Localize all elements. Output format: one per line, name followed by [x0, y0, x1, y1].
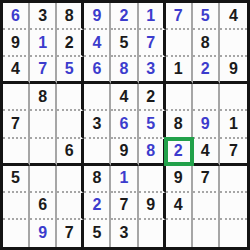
sudoku-cell-r9c3[interactable]: 7: [57, 220, 84, 247]
sudoku-cell-r8c6[interactable]: 9: [139, 193, 166, 220]
sudoku-cell-r7c4[interactable]: 8: [84, 166, 111, 193]
sudoku-cell-r5c1[interactable]: 7: [3, 111, 30, 138]
sudoku-cell-r5c4[interactable]: 3: [84, 111, 111, 138]
sudoku-cell-selected[interactable]: 2: [166, 139, 193, 166]
sudoku-cell-r4c6[interactable]: 2: [139, 84, 166, 111]
sudoku-cell-r4c7[interactable]: [166, 84, 193, 111]
sudoku-cell-r5c5[interactable]: 6: [111, 111, 138, 138]
sudoku-cell-r2c4[interactable]: 4: [84, 30, 111, 57]
sudoku-cell-r8c5[interactable]: 7: [111, 193, 138, 220]
sudoku-cell-r1c7[interactable]: 7: [166, 3, 193, 30]
sudoku-cell-r8c9[interactable]: [220, 193, 247, 220]
sudoku-cell-r6c1[interactable]: [3, 139, 30, 166]
sudoku-cell-r7c1[interactable]: 5: [3, 166, 30, 193]
sudoku-cell-r1c9[interactable]: 4: [220, 3, 247, 30]
sudoku-cell-r4c8[interactable]: [193, 84, 220, 111]
sudoku-cell-r4c3[interactable]: [57, 84, 84, 111]
sudoku-cell-r5c3[interactable]: [57, 111, 84, 138]
sudoku-cell-r6c6[interactable]: 8: [139, 139, 166, 166]
sudoku-cell-r1c4[interactable]: 9: [84, 3, 111, 30]
sudoku-cell-r4c5[interactable]: 4: [111, 84, 138, 111]
sudoku-cell-r3c8[interactable]: 2: [193, 57, 220, 84]
sudoku-cell-r8c7[interactable]: 4: [166, 193, 193, 220]
sudoku-cell-r8c8[interactable]: [193, 193, 220, 220]
sudoku-cell-r9c4[interactable]: 5: [84, 220, 111, 247]
sudoku-cell-r9c8[interactable]: [193, 220, 220, 247]
sudoku-cell-r2c1[interactable]: 9: [3, 30, 30, 57]
sudoku-cell-r7c9[interactable]: [220, 166, 247, 193]
sudoku-cell-r9c2[interactable]: 9: [30, 220, 57, 247]
sudoku-cell-r5c9[interactable]: 1: [220, 111, 247, 138]
sudoku-cell-r7c5[interactable]: 1: [111, 166, 138, 193]
sudoku-cell-r4c9[interactable]: [220, 84, 247, 111]
sudoku-cell-r6c5[interactable]: 9: [111, 139, 138, 166]
sudoku-cell-r8c4[interactable]: 2: [84, 193, 111, 220]
sudoku-cell-r1c6[interactable]: 1: [139, 3, 166, 30]
sudoku-cell-r3c1[interactable]: 4: [3, 57, 30, 84]
sudoku-cell-r1c2[interactable]: 3: [30, 3, 57, 30]
sudoku-cell-r1c1[interactable]: 6: [3, 3, 30, 30]
sudoku-cell-r9c9[interactable]: [220, 220, 247, 247]
sudoku-cell-r3c4[interactable]: 6: [84, 57, 111, 84]
sudoku-cell-r2c3[interactable]: 2: [57, 30, 84, 57]
sudoku-cell-r5c7[interactable]: 8: [166, 111, 193, 138]
sudoku-cell-r5c6[interactable]: 5: [139, 111, 166, 138]
sudoku-cell-r7c3[interactable]: [57, 166, 84, 193]
sudoku-cell-r4c4[interactable]: [84, 84, 111, 111]
sudoku-cell-r3c2[interactable]: 7: [30, 57, 57, 84]
sudoku-cell-r5c2[interactable]: [30, 111, 57, 138]
sudoku-cell-r7c2[interactable]: [30, 166, 57, 193]
sudoku-cell-r2c5[interactable]: 5: [111, 30, 138, 57]
sudoku-cell-r8c2[interactable]: 6: [30, 193, 57, 220]
sudoku-cell-r9c1[interactable]: [3, 220, 30, 247]
sudoku-cell-r3c9[interactable]: 9: [220, 57, 247, 84]
sudoku-cell-r2c8[interactable]: 8: [193, 30, 220, 57]
sudoku-cell-r9c6[interactable]: [139, 220, 166, 247]
sudoku-cell-r1c5[interactable]: 2: [111, 3, 138, 30]
sudoku-cell-r4c2[interactable]: 8: [30, 84, 57, 111]
sudoku-cell-r6c9[interactable]: 7: [220, 139, 247, 166]
sudoku-cell-r7c7[interactable]: 9: [166, 166, 193, 193]
sudoku-cell-r1c3[interactable]: 8: [57, 3, 84, 30]
sudoku-cell-r9c7[interactable]: [166, 220, 193, 247]
sudoku-cell-r3c5[interactable]: 8: [111, 57, 138, 84]
sudoku-cell-r2c2[interactable]: 1: [30, 30, 57, 57]
sudoku-cell-r2c9[interactable]: [220, 30, 247, 57]
sudoku-cell-r1c8[interactable]: 5: [193, 3, 220, 30]
sudoku-cell-r2c6[interactable]: 7: [139, 30, 166, 57]
sudoku-cell-r9c5[interactable]: 3: [111, 220, 138, 247]
sudoku-cell-r7c8[interactable]: 7: [193, 166, 220, 193]
sudoku-cell-r4c1[interactable]: [3, 84, 30, 111]
sudoku-cell-r5c8[interactable]: 9: [193, 111, 220, 138]
sudoku-cell-r3c3[interactable]: 5: [57, 57, 84, 84]
sudoku-board: 6389217549124578475683129842736589169824…: [0, 0, 250, 250]
sudoku-cell-r6c4[interactable]: [84, 139, 111, 166]
sudoku-cell-r6c3[interactable]: 6: [57, 139, 84, 166]
sudoku-cell-r6c8[interactable]: 4: [193, 139, 220, 166]
sudoku-cell-r8c1[interactable]: [3, 193, 30, 220]
sudoku-cell-r7c6[interactable]: [139, 166, 166, 193]
sudoku-cell-r3c6[interactable]: 3: [139, 57, 166, 84]
sudoku-cell-r2c7[interactable]: [166, 30, 193, 57]
sudoku-cell-r3c7[interactable]: 1: [166, 57, 193, 84]
sudoku-cell-r6c2[interactable]: [30, 139, 57, 166]
sudoku-cell-r8c3[interactable]: [57, 193, 84, 220]
